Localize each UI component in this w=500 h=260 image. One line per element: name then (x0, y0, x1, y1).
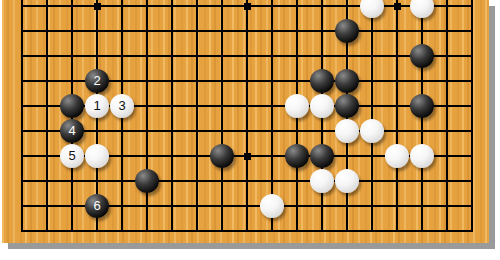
intersection-c8r9[interactable] (185, 194, 210, 219)
intersection-c8r1[interactable] (185, 0, 210, 19)
intersection-c12r4[interactable] (285, 69, 310, 94)
intersection-c11r3[interactable] (260, 44, 285, 69)
intersection-c19r7[interactable] (460, 144, 485, 169)
intersection-c13r7[interactable] (310, 144, 335, 169)
intersection-c2r1[interactable] (35, 0, 60, 19)
intersection-c14r4[interactable] (335, 69, 360, 94)
intersection-c13r5[interactable] (310, 94, 335, 119)
intersection-c7r5[interactable] (160, 94, 185, 119)
black-stone: 6 (85, 194, 109, 218)
intersection-c16r8[interactable] (385, 169, 410, 194)
intersection-c19r6[interactable] (460, 119, 485, 144)
black-stone (285, 144, 309, 168)
intersection-c11r4[interactable] (260, 69, 285, 94)
intersection-c12r5[interactable] (285, 94, 310, 119)
black-stone (410, 44, 434, 68)
intersection-c5r6[interactable] (110, 119, 135, 144)
move-number-label: 4 (68, 123, 75, 138)
intersection-c6r3[interactable] (135, 44, 160, 69)
intersection-c9r4[interactable] (210, 69, 235, 94)
white-stone (310, 94, 334, 118)
move-number-label: 6 (93, 198, 100, 213)
intersection-c10r9[interactable] (235, 194, 260, 219)
intersection-c7r4[interactable] (160, 69, 185, 94)
intersection-c6r6[interactable] (135, 119, 160, 144)
intersection-c18r1[interactable] (435, 0, 460, 19)
white-stone (410, 144, 434, 168)
intersection-c2r10[interactable] (35, 219, 60, 244)
black-stone (310, 144, 334, 168)
intersection-c3r10[interactable] (60, 219, 85, 244)
intersection-c11r10[interactable] (260, 219, 285, 244)
intersection-c7r3[interactable] (160, 44, 185, 69)
intersection-c14r3[interactable] (335, 44, 360, 69)
intersection-c3r5[interactable] (60, 94, 85, 119)
intersection-c3r1[interactable] (60, 0, 85, 19)
intersection-c13r1[interactable] (310, 0, 335, 19)
white-stone (260, 194, 284, 218)
intersection-c4r4[interactable]: 2 (85, 69, 110, 94)
intersection-c14r1[interactable] (335, 0, 360, 19)
intersection-c11r9[interactable] (260, 194, 285, 219)
intersection-c11r6[interactable] (260, 119, 285, 144)
white-stone (335, 169, 359, 193)
intersection-c8r6[interactable] (185, 119, 210, 144)
intersection-c10r10[interactable] (235, 219, 260, 244)
intersection-c5r3[interactable] (110, 44, 135, 69)
intersection-c19r4[interactable] (460, 69, 485, 94)
intersection-c16r2[interactable] (385, 19, 410, 44)
intersection-c15r10[interactable] (360, 219, 385, 244)
intersection-c2r6[interactable] (35, 119, 60, 144)
intersection-c4r8[interactable] (85, 169, 110, 194)
intersection-c12r1[interactable] (285, 0, 310, 19)
intersection-c1r2[interactable] (10, 19, 35, 44)
intersection-c19r3[interactable] (460, 44, 485, 69)
intersection-c6r9[interactable] (135, 194, 160, 219)
white-stone: 3 (110, 94, 134, 118)
intersection-c1r8[interactable] (10, 169, 35, 194)
intersection-c10r5[interactable] (235, 94, 260, 119)
intersection-c19r10[interactable] (460, 219, 485, 244)
intersection-c16r1[interactable] (385, 0, 410, 19)
intersection-c5r10[interactable] (110, 219, 135, 244)
intersection-c9r8[interactable] (210, 169, 235, 194)
go-board[interactable]: 213456 (10, 0, 485, 244)
intersection-c14r7[interactable] (335, 144, 360, 169)
intersection-c18r7[interactable] (435, 144, 460, 169)
intersection-c5r9[interactable] (110, 194, 135, 219)
intersection-c13r3[interactable] (310, 44, 335, 69)
intersection-c4r7[interactable] (85, 144, 110, 169)
intersection-c18r10[interactable] (435, 219, 460, 244)
intersection-c10r2[interactable] (235, 19, 260, 44)
intersection-c12r9[interactable] (285, 194, 310, 219)
intersection-c6r8[interactable] (135, 169, 160, 194)
intersection-c18r6[interactable] (435, 119, 460, 144)
intersection-c16r3[interactable] (385, 44, 410, 69)
intersection-c15r3[interactable] (360, 44, 385, 69)
intersection-c15r5[interactable] (360, 94, 385, 119)
intersection-c14r2[interactable] (335, 19, 360, 44)
intersection-c5r1[interactable] (110, 0, 135, 19)
intersection-c13r10[interactable] (310, 219, 335, 244)
intersection-c18r3[interactable] (435, 44, 460, 69)
intersection-c3r2[interactable] (60, 19, 85, 44)
intersection-c3r7[interactable]: 5 (60, 144, 85, 169)
intersection-c1r5[interactable] (10, 94, 35, 119)
intersection-c6r4[interactable] (135, 69, 160, 94)
intersection-c14r6[interactable] (335, 119, 360, 144)
intersection-c8r3[interactable] (185, 44, 210, 69)
intersection-c10r8[interactable] (235, 169, 260, 194)
black-stone (135, 169, 159, 193)
intersection-c18r2[interactable] (435, 19, 460, 44)
intersection-c8r2[interactable] (185, 19, 210, 44)
intersection-c17r5[interactable] (410, 94, 435, 119)
intersection-c11r1[interactable] (260, 0, 285, 19)
intersection-c13r9[interactable] (310, 194, 335, 219)
intersection-c1r7[interactable] (10, 144, 35, 169)
intersection-c6r1[interactable] (135, 0, 160, 19)
black-stone (210, 144, 234, 168)
intersection-c12r3[interactable] (285, 44, 310, 69)
intersection-c16r6[interactable] (385, 119, 410, 144)
intersection-c10r6[interactable] (235, 119, 260, 144)
intersection-c13r2[interactable] (310, 19, 335, 44)
intersection-c12r8[interactable] (285, 169, 310, 194)
intersection-c2r2[interactable] (35, 19, 60, 44)
intersection-c11r7[interactable] (260, 144, 285, 169)
white-stone: 5 (60, 144, 84, 168)
intersection-c12r6[interactable] (285, 119, 310, 144)
intersection-c9r3[interactable] (210, 44, 235, 69)
intersection-c7r9[interactable] (160, 194, 185, 219)
intersection-c7r6[interactable] (160, 119, 185, 144)
intersection-c12r10[interactable] (285, 219, 310, 244)
intersection-c18r4[interactable] (435, 69, 460, 94)
intersection-c5r7[interactable] (110, 144, 135, 169)
white-stone (385, 144, 409, 168)
intersection-c5r5[interactable]: 3 (110, 94, 135, 119)
intersection-c6r10[interactable] (135, 219, 160, 244)
intersection-c2r4[interactable] (35, 69, 60, 94)
intersection-c17r10[interactable] (410, 219, 435, 244)
intersection-c4r3[interactable] (85, 44, 110, 69)
intersection-c1r4[interactable] (10, 69, 35, 94)
intersection-c9r1[interactable] (210, 0, 235, 19)
black-stone (310, 69, 334, 93)
intersection-c9r7[interactable] (210, 144, 235, 169)
intersection-c10r7[interactable] (235, 144, 260, 169)
intersection-c15r9[interactable] (360, 194, 385, 219)
intersection-c1r3[interactable] (10, 44, 35, 69)
intersection-c19r5[interactable] (460, 94, 485, 119)
white-stone: 1 (85, 94, 109, 118)
intersection-c15r6[interactable] (360, 119, 385, 144)
white-stone (360, 119, 384, 143)
intersection-c16r5[interactable] (385, 94, 410, 119)
intersection-c3r6[interactable]: 4 (60, 119, 85, 144)
intersection-c5r2[interactable] (110, 19, 135, 44)
black-stone (335, 19, 359, 43)
intersection-c11r8[interactable] (260, 169, 285, 194)
intersection-c18r5[interactable] (435, 94, 460, 119)
white-stone (410, 0, 434, 18)
intersection-c4r5[interactable]: 1 (85, 94, 110, 119)
intersection-c4r10[interactable] (85, 219, 110, 244)
move-number-label: 3 (118, 98, 125, 113)
intersection-c15r1[interactable] (360, 0, 385, 19)
intersection-c13r8[interactable] (310, 169, 335, 194)
intersection-c17r2[interactable] (410, 19, 435, 44)
intersection-c5r4[interactable] (110, 69, 135, 94)
intersection-c1r1[interactable] (10, 0, 35, 19)
intersection-c8r10[interactable] (185, 219, 210, 244)
white-stone (285, 94, 309, 118)
intersection-c17r1[interactable] (410, 0, 435, 19)
intersection-c11r5[interactable] (260, 94, 285, 119)
intersection-c10r3[interactable] (235, 44, 260, 69)
go-diagram: 213456 (0, 0, 500, 260)
intersection-c6r7[interactable] (135, 144, 160, 169)
intersection-c19r1[interactable] (460, 0, 485, 19)
intersection-c1r10[interactable] (10, 219, 35, 244)
intersection-c17r4[interactable] (410, 69, 435, 94)
intersection-c15r8[interactable] (360, 169, 385, 194)
intersection-c15r2[interactable] (360, 19, 385, 44)
intersection-c13r4[interactable] (310, 69, 335, 94)
intersection-c16r10[interactable] (385, 219, 410, 244)
black-stone (410, 94, 434, 118)
intersection-c19r2[interactable] (460, 19, 485, 44)
intersection-c18r8[interactable] (435, 169, 460, 194)
intersection-c8r4[interactable] (185, 69, 210, 94)
intersection-c14r9[interactable] (335, 194, 360, 219)
white-stone (335, 119, 359, 143)
move-number-label: 5 (68, 148, 75, 163)
intersection-c15r4[interactable] (360, 69, 385, 94)
intersection-c6r5[interactable] (135, 94, 160, 119)
intersection-c9r10[interactable] (210, 219, 235, 244)
intersection-c2r5[interactable] (35, 94, 60, 119)
intersection-c10r4[interactable] (235, 69, 260, 94)
intersection-c3r3[interactable] (60, 44, 85, 69)
intersection-c7r2[interactable] (160, 19, 185, 44)
intersection-c17r8[interactable] (410, 169, 435, 194)
intersection-c16r7[interactable] (385, 144, 410, 169)
intersection-c2r7[interactable] (35, 144, 60, 169)
intersection-c19r9[interactable] (460, 194, 485, 219)
black-stone: 2 (85, 69, 109, 93)
intersection-c16r4[interactable] (385, 69, 410, 94)
intersection-c9r6[interactable] (210, 119, 235, 144)
intersection-c8r5[interactable] (185, 94, 210, 119)
intersection-c8r7[interactable] (185, 144, 210, 169)
black-stone: 4 (60, 119, 84, 143)
intersection-c7r7[interactable] (160, 144, 185, 169)
white-stone (85, 144, 109, 168)
intersection-c17r7[interactable] (410, 144, 435, 169)
intersection-c9r9[interactable] (210, 194, 235, 219)
intersection-c17r9[interactable] (410, 194, 435, 219)
intersection-c4r1[interactable] (85, 0, 110, 19)
intersection-c2r8[interactable] (35, 169, 60, 194)
intersection-c12r2[interactable] (285, 19, 310, 44)
white-stone (310, 169, 334, 193)
intersection-c7r1[interactable] (160, 0, 185, 19)
intersection-c1r6[interactable] (10, 119, 35, 144)
intersection-c4r6[interactable] (85, 119, 110, 144)
intersection-c17r3[interactable] (410, 44, 435, 69)
black-stone (60, 94, 84, 118)
intersection-c14r10[interactable] (335, 219, 360, 244)
intersection-c8r8[interactable] (185, 169, 210, 194)
black-stone (335, 94, 359, 118)
move-number-label: 2 (93, 73, 100, 88)
intersection-c19r8[interactable] (460, 169, 485, 194)
intersection-c5r8[interactable] (110, 169, 135, 194)
intersection-c1r9[interactable] (10, 194, 35, 219)
intersection-c15r7[interactable] (360, 144, 385, 169)
intersection-c3r8[interactable] (60, 169, 85, 194)
intersection-c3r4[interactable] (60, 69, 85, 94)
intersection-c9r5[interactable] (210, 94, 235, 119)
intersection-c10r1[interactable] (235, 0, 260, 19)
intersection-c17r6[interactable] (410, 119, 435, 144)
intersection-c7r10[interactable] (160, 219, 185, 244)
white-stone (360, 0, 384, 18)
intersection-c11r2[interactable] (260, 19, 285, 44)
intersection-c9r2[interactable] (210, 19, 235, 44)
move-number-label: 1 (93, 98, 100, 113)
intersection-c14r5[interactable] (335, 94, 360, 119)
intersection-c7r8[interactable] (160, 169, 185, 194)
intersection-c2r9[interactable] (35, 194, 60, 219)
intersection-c3r9[interactable] (60, 194, 85, 219)
intersection-c16r9[interactable] (385, 194, 410, 219)
intersection-c18r9[interactable] (435, 194, 460, 219)
intersection-c14r8[interactable] (335, 169, 360, 194)
intersection-c4r9[interactable]: 6 (85, 194, 110, 219)
intersection-c12r7[interactable] (285, 144, 310, 169)
intersection-c2r3[interactable] (35, 44, 60, 69)
intersection-c4r2[interactable] (85, 19, 110, 44)
intersection-c13r6[interactable] (310, 119, 335, 144)
black-stone (335, 69, 359, 93)
intersection-c6r2[interactable] (135, 19, 160, 44)
